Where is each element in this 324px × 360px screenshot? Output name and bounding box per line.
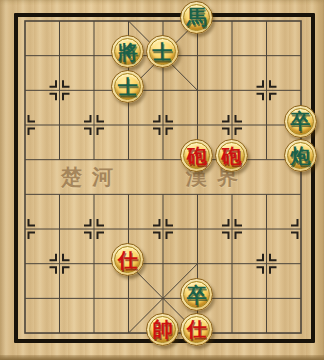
piece-red-cannon[interactable]: 砲 bbox=[180, 139, 213, 172]
piece-glyph: 卒 bbox=[187, 285, 207, 305]
piece-red-cannon[interactable]: 砲 bbox=[215, 139, 248, 172]
piece-glyph: 士 bbox=[152, 42, 172, 62]
piece-red-advisor[interactable]: 仕 bbox=[180, 313, 213, 346]
piece-red-advisor[interactable]: 仕 bbox=[111, 243, 144, 276]
piece-glyph: 砲 bbox=[221, 146, 241, 166]
piece-black-soldier[interactable]: 卒 bbox=[284, 105, 317, 138]
piece-black-advisor[interactable]: 士 bbox=[111, 70, 144, 103]
piece-glyph: 砲 bbox=[187, 146, 207, 166]
piece-glyph: 炮 bbox=[290, 146, 310, 166]
piece-glyph: 帥 bbox=[152, 319, 172, 339]
piece-glyph: 馬 bbox=[187, 7, 207, 27]
xiangqi-app: 楚河 漢界 馬將士士卒炮砲砲仕卒帥仕 bbox=[0, 0, 324, 360]
piece-black-horse[interactable]: 馬 bbox=[180, 1, 213, 34]
piece-black-advisor[interactable]: 士 bbox=[146, 35, 179, 68]
xiangqi-board[interactable]: 馬將士士卒炮砲砲仕卒帥仕 bbox=[8, 4, 319, 351]
piece-black-soldier[interactable]: 卒 bbox=[180, 278, 213, 311]
piece-glyph: 士 bbox=[118, 77, 138, 97]
piece-black-cannon[interactable]: 炮 bbox=[284, 139, 317, 172]
piece-glyph: 仕 bbox=[187, 319, 207, 339]
piece-red-general[interactable]: 帥 bbox=[146, 313, 179, 346]
piece-glyph: 將 bbox=[118, 42, 138, 62]
piece-glyph: 卒 bbox=[290, 111, 310, 131]
table-edge bbox=[0, 355, 324, 360]
piece-glyph: 仕 bbox=[118, 250, 138, 270]
piece-black-general[interactable]: 將 bbox=[111, 35, 144, 68]
